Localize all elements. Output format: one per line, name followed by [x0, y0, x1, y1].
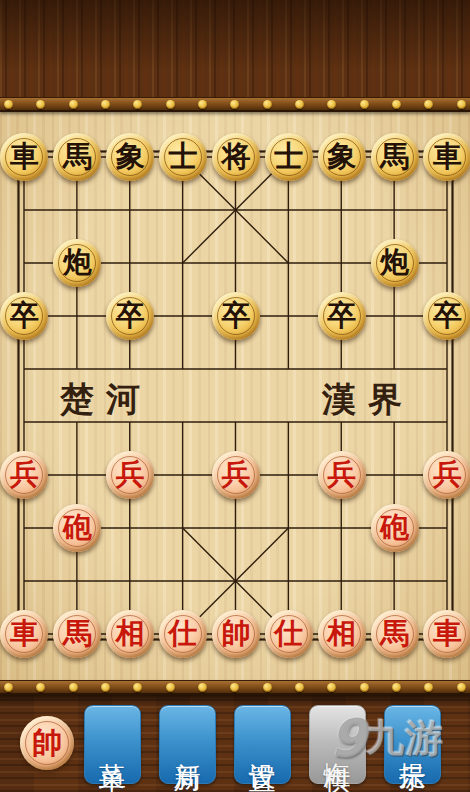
- rivet-icon: [457, 683, 466, 692]
- xiangqi-piece-black[interactable]: 卒: [423, 292, 470, 340]
- board-cell: 卒: [210, 289, 263, 342]
- board-cell: 仕: [157, 607, 210, 660]
- settings-button[interactable]: 设置: [234, 705, 291, 784]
- menu-button-label: 菜单: [99, 741, 126, 749]
- xiangqi-piece-black[interactable]: 卒: [318, 292, 366, 340]
- xiangqi-piece-red[interactable]: 相: [318, 610, 366, 658]
- xiangqi-app-screen: 楚河 漢界 車馬象士将士象馬車炮炮卒卒卒卒卒兵兵兵兵兵砲砲車馬相仕帥仕相馬車 帥…: [0, 0, 470, 792]
- xiangqi-piece-black[interactable]: 卒: [212, 292, 260, 340]
- xiangqi-piece-red[interactable]: 兵: [212, 451, 260, 499]
- xiangqi-piece-red[interactable]: 仕: [265, 610, 313, 658]
- board-cell: 兵: [210, 448, 263, 501]
- rivet-icon: [327, 100, 336, 109]
- pieces-grid: 車馬象士将士象馬車炮炮卒卒卒卒卒兵兵兵兵兵砲砲車馬相仕帥仕相馬車: [0, 130, 470, 660]
- board-cell: 馬: [51, 607, 104, 660]
- board-cell: 士: [157, 130, 210, 183]
- xiangqi-piece-red[interactable]: 兵: [423, 451, 470, 499]
- settings-button-label: 设置: [249, 741, 276, 749]
- xiangqi-piece-red[interactable]: 馬: [371, 610, 419, 658]
- board-cell: 馬: [368, 130, 421, 183]
- board-cell: 炮: [368, 236, 421, 289]
- xiangqi-piece-red[interactable]: 兵: [106, 451, 154, 499]
- xiangqi-piece-black[interactable]: 士: [265, 133, 313, 181]
- rivet-icon: [69, 683, 78, 692]
- xiangqi-piece-black[interactable]: 馬: [53, 133, 101, 181]
- board-cell: 卒: [315, 289, 368, 342]
- xiangqi-piece-black[interactable]: 車: [423, 133, 470, 181]
- board-cell: 相: [315, 607, 368, 660]
- xiangqi-piece-red[interactable]: 馬: [53, 610, 101, 658]
- rivet-icon: [392, 100, 401, 109]
- xiangqi-piece-black[interactable]: 卒: [0, 292, 48, 340]
- board-cell: 卒: [0, 289, 51, 342]
- rivet-icon: [133, 683, 142, 692]
- xiangqi-piece-black[interactable]: 士: [159, 133, 207, 181]
- rivet-icon: [424, 100, 433, 109]
- undo-button[interactable]: 悔棋: [309, 705, 366, 784]
- board-cell: 象: [315, 130, 368, 183]
- board-cell: 卒: [421, 289, 470, 342]
- xiangqi-piece-black[interactable]: 象: [318, 133, 366, 181]
- rivet-icon: [295, 683, 304, 692]
- rivet-icon: [4, 100, 13, 109]
- board-cell: 士: [262, 130, 315, 183]
- rivet-icon: [230, 100, 239, 109]
- board-cell: 卒: [104, 289, 157, 342]
- rivet-icon: [360, 683, 369, 692]
- top-rail: [0, 97, 470, 112]
- hint-button-label: 提示: [399, 741, 426, 749]
- xiangqi-piece-black[interactable]: 馬: [371, 133, 419, 181]
- xiangqi-piece-red[interactable]: 砲: [53, 504, 101, 552]
- xiangqi-piece-red[interactable]: 車: [423, 610, 470, 658]
- board-cell: 将: [210, 130, 263, 183]
- xiangqi-piece-red[interactable]: 砲: [371, 504, 419, 552]
- xiangqi-piece-red[interactable]: 相: [106, 610, 154, 658]
- rivet-icon: [424, 683, 433, 692]
- rivet-icon: [166, 683, 175, 692]
- rivet-icon: [392, 683, 401, 692]
- rivet-icon: [4, 683, 13, 692]
- new-game-button[interactable]: 新局: [159, 705, 216, 784]
- rivet-icon: [198, 100, 207, 109]
- board-cell: 馬: [368, 607, 421, 660]
- board-cell: 砲: [368, 501, 421, 554]
- rivet-icon: [69, 100, 78, 109]
- new-game-button-label: 新局: [174, 741, 201, 749]
- board-cell: 車: [0, 607, 51, 660]
- rivet-icon: [263, 683, 272, 692]
- rivet-icon: [327, 683, 336, 692]
- rivet-icon: [457, 100, 466, 109]
- turn-indicator-piece: 帥: [20, 716, 74, 770]
- rivet-icon: [263, 100, 272, 109]
- xiangqi-piece-black[interactable]: 卒: [106, 292, 154, 340]
- xiangqi-piece-black[interactable]: 車: [0, 133, 48, 181]
- board-cell: 象: [104, 130, 157, 183]
- rivet-icon: [101, 100, 110, 109]
- board-cell: 車: [0, 130, 51, 183]
- xiangqi-piece-red[interactable]: 兵: [318, 451, 366, 499]
- rivet-icon: [36, 683, 45, 692]
- board-cell: 帥: [210, 607, 263, 660]
- xiangqi-piece-black[interactable]: 将: [212, 133, 260, 181]
- board-cell: 炮: [51, 236, 104, 289]
- undo-button-label: 悔棋: [324, 741, 351, 749]
- board-cell: 馬: [51, 130, 104, 183]
- rivet-icon: [133, 100, 142, 109]
- board-cell: 兵: [0, 448, 51, 501]
- hint-button[interactable]: 提示: [384, 705, 441, 784]
- xiangqi-piece-red[interactable]: 車: [0, 610, 48, 658]
- menu-button[interactable]: 菜单: [84, 705, 141, 784]
- rivet-icon: [36, 100, 45, 109]
- xiangqi-piece-black[interactable]: 象: [106, 133, 154, 181]
- board-cell: 兵: [315, 448, 368, 501]
- board-cell: 車: [421, 607, 470, 660]
- board-cell: 相: [104, 607, 157, 660]
- xiangqi-piece-red[interactable]: 帥: [212, 610, 260, 658]
- xiangqi-piece-red[interactable]: 仕: [159, 610, 207, 658]
- rivet-icon: [166, 100, 175, 109]
- rivet-icon: [101, 683, 110, 692]
- board-cell: 車: [421, 130, 470, 183]
- xiangqi-piece-red[interactable]: 兵: [0, 451, 48, 499]
- board-cell: 仕: [262, 607, 315, 660]
- rivet-icon: [360, 100, 369, 109]
- bottom-rail: [0, 680, 470, 695]
- rivet-icon: [198, 683, 207, 692]
- xiangqi-piece-black[interactable]: 炮: [371, 239, 419, 287]
- board-cell: 砲: [51, 501, 104, 554]
- xiangqi-piece-black[interactable]: 炮: [53, 239, 101, 287]
- turn-indicator-label: 帥: [32, 728, 62, 758]
- rivet-icon: [230, 683, 239, 692]
- board-cell: 兵: [104, 448, 157, 501]
- board-cell: 兵: [421, 448, 470, 501]
- rivet-icon: [295, 100, 304, 109]
